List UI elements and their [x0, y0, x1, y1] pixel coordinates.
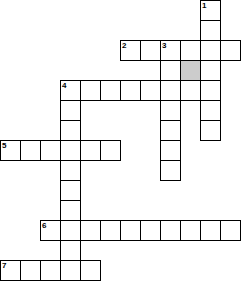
crossword-cell[interactable]: [60, 220, 81, 241]
crossword-cell[interactable]: [180, 220, 201, 241]
crossword-cell[interactable]: [200, 220, 221, 241]
crossword-cell[interactable]: [160, 100, 181, 121]
crossword-cell[interactable]: [200, 40, 221, 61]
crossword-cell[interactable]: 3: [160, 40, 181, 61]
crossword-cell[interactable]: [60, 240, 81, 261]
crossword-cell[interactable]: [180, 40, 201, 61]
crossword-cell[interactable]: [80, 140, 101, 161]
crossword-cell[interactable]: [100, 140, 121, 161]
crossword-page: 1234567: [0, 0, 241, 281]
crossword-cell[interactable]: [80, 220, 101, 241]
clue-number: 3: [162, 41, 166, 50]
crossword-cell[interactable]: [60, 160, 81, 181]
crossword-cell[interactable]: [160, 80, 181, 101]
crossword-cell[interactable]: 2: [120, 40, 141, 61]
crossword-cell[interactable]: [140, 220, 161, 241]
crossword-cell[interactable]: [120, 220, 141, 241]
crossword-cell[interactable]: [60, 120, 81, 141]
clue-number: 5: [2, 141, 6, 150]
crossword-cell[interactable]: [60, 200, 81, 221]
crossword-cell[interactable]: [140, 40, 161, 61]
clue-number: 7: [2, 261, 6, 270]
crossword-cell[interactable]: [160, 140, 181, 161]
crossword-cell[interactable]: [140, 80, 161, 101]
clue-number: 6: [42, 221, 46, 230]
crossword-cell[interactable]: 5: [0, 140, 21, 161]
crossword-cell[interactable]: [60, 260, 81, 281]
crossword-cell[interactable]: [20, 140, 41, 161]
crossword-cell[interactable]: 7: [0, 260, 21, 281]
crossword-cell[interactable]: [100, 220, 121, 241]
crossword-cell[interactable]: [120, 80, 141, 101]
crossword-cell[interactable]: [60, 100, 81, 121]
crossword-cell-selected[interactable]: [180, 60, 201, 81]
crossword-cell[interactable]: [160, 120, 181, 141]
crossword-cell[interactable]: [80, 260, 101, 281]
crossword-cell[interactable]: [160, 60, 181, 81]
clue-number: 1: [202, 1, 206, 10]
crossword-cell[interactable]: [80, 80, 101, 101]
crossword-cell[interactable]: 4: [60, 80, 81, 101]
crossword-cell[interactable]: [180, 80, 201, 101]
crossword-cell[interactable]: [220, 40, 241, 61]
crossword-cell[interactable]: [20, 260, 41, 281]
crossword-board: 1234567: [0, 0, 241, 281]
crossword-cell[interactable]: [220, 220, 241, 241]
crossword-cell[interactable]: [200, 80, 221, 101]
clue-number: 2: [122, 41, 126, 50]
crossword-cell[interactable]: [160, 160, 181, 181]
crossword-cell[interactable]: [100, 80, 121, 101]
crossword-cell[interactable]: [40, 260, 61, 281]
crossword-cell[interactable]: [200, 120, 221, 141]
crossword-cell[interactable]: [60, 140, 81, 161]
crossword-cell[interactable]: 1: [200, 0, 221, 21]
clue-number: 4: [62, 81, 66, 90]
crossword-cell[interactable]: [200, 20, 221, 41]
crossword-cell[interactable]: [40, 140, 61, 161]
crossword-cell[interactable]: [160, 220, 181, 241]
crossword-cell[interactable]: [200, 100, 221, 121]
crossword-cell[interactable]: 6: [40, 220, 61, 241]
crossword-cell[interactable]: [200, 60, 221, 81]
crossword-cell[interactable]: [60, 180, 81, 201]
